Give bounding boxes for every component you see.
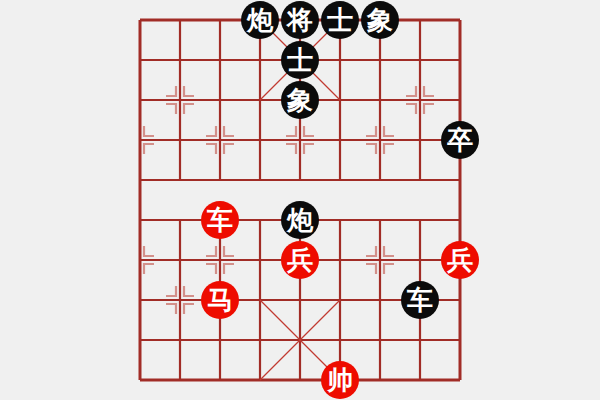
- black-cannon-2[interactable]: 炮: [281, 201, 319, 239]
- xiangqi-board[interactable]: 炮将士象士象卒车炮兵兵马车帅: [0, 0, 600, 400]
- black-elephant-2[interactable]: 象: [281, 81, 319, 119]
- black-cannon-1[interactable]: 炮: [241, 1, 279, 39]
- red-chariot[interactable]: 车: [201, 201, 239, 239]
- black-advisor-2[interactable]: 士: [281, 41, 319, 79]
- red-soldier-1[interactable]: 兵: [281, 241, 319, 279]
- red-general[interactable]: 帅: [321, 361, 359, 399]
- piece-grid: 炮将士象士象卒车炮兵兵马车帅: [120, 0, 480, 400]
- black-elephant-1[interactable]: 象: [361, 1, 399, 39]
- red-soldier-2[interactable]: 兵: [441, 241, 479, 279]
- black-general[interactable]: 将: [281, 1, 319, 39]
- red-horse[interactable]: 马: [201, 281, 239, 319]
- black-chariot[interactable]: 车: [401, 281, 439, 319]
- black-advisor-1[interactable]: 士: [321, 1, 359, 39]
- black-soldier[interactable]: 卒: [441, 121, 479, 159]
